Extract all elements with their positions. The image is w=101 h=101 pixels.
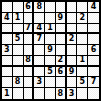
given-digit: 3: [69, 90, 75, 98]
sudoku-cell-r8c5[interactable]: [45, 77, 56, 88]
sudoku-cell-r1c7[interactable]: [67, 2, 78, 13]
given-digit: 2: [69, 35, 75, 43]
sudoku-cell-r6c3[interactable]: 8: [24, 56, 35, 67]
sudoku-cell-r6c9[interactable]: [88, 56, 99, 67]
sudoku-board: 68441927415723968215698357183: [0, 0, 101, 101]
given-digit: 8: [57, 90, 63, 98]
sudoku-cell-r2c6[interactable]: 9: [56, 13, 67, 24]
sudoku-cell-r6c6[interactable]: 2: [56, 56, 67, 67]
given-digit: 7: [91, 78, 97, 86]
given-digit: 1: [4, 90, 10, 98]
given-digit: 7: [36, 35, 42, 43]
sudoku-cell-r8c3[interactable]: [24, 77, 35, 88]
sudoku-cell-r9c8[interactable]: [77, 88, 88, 99]
sudoku-cell-r8c7[interactable]: [67, 77, 78, 88]
sudoku-cell-r2c1[interactable]: 4: [2, 13, 13, 24]
sudoku-cell-r7c1[interactable]: [2, 67, 13, 78]
given-digit: 3: [4, 46, 10, 54]
sudoku-cell-r5c4[interactable]: [34, 45, 45, 56]
sudoku-cell-r7c4[interactable]: [34, 67, 45, 78]
sudoku-cell-r3c7[interactable]: [67, 24, 78, 35]
sudoku-cell-r1c9[interactable]: 4: [88, 2, 99, 13]
sudoku-cell-r1c3[interactable]: 6: [24, 2, 35, 13]
sudoku-cell-r3c5[interactable]: 1: [45, 24, 56, 35]
given-digit: 6: [25, 3, 31, 11]
sudoku-cell-r5c6[interactable]: [56, 45, 67, 56]
given-digit: 5: [15, 35, 21, 43]
given-digit: 1: [47, 24, 53, 32]
given-digit: 8: [25, 56, 31, 64]
given-digit: 6: [91, 46, 97, 54]
sudoku-cell-r6c1[interactable]: [2, 56, 13, 67]
sudoku-cell-r9c9[interactable]: [88, 88, 99, 99]
sudoku-cell-r2c5[interactable]: [45, 13, 56, 24]
sudoku-cell-r4c2[interactable]: 5: [13, 34, 24, 45]
sudoku-cell-r9c3[interactable]: [24, 88, 35, 99]
sudoku-cell-r2c2[interactable]: 1: [13, 13, 24, 24]
sudoku-cell-r4c7[interactable]: 2: [67, 34, 78, 45]
sudoku-cell-r3c2[interactable]: [13, 24, 24, 35]
sudoku-cell-r3c8[interactable]: [77, 24, 88, 35]
sudoku-cell-r3c6[interactable]: [56, 24, 67, 35]
sudoku-cell-r7c3[interactable]: [24, 67, 35, 78]
sudoku-cell-r5c8[interactable]: [77, 45, 88, 56]
given-digit: 8: [36, 3, 42, 11]
sudoku-cell-r7c2[interactable]: [13, 67, 24, 78]
given-digit: 9: [57, 14, 63, 22]
sudoku-cell-r7c5[interactable]: 5: [45, 67, 56, 78]
given-digit: 9: [69, 68, 75, 76]
given-digit: 2: [80, 14, 86, 22]
sudoku-cell-r1c2[interactable]: [13, 2, 24, 13]
sudoku-cell-r7c8[interactable]: [77, 67, 88, 78]
sudoku-cell-r8c9[interactable]: 7: [88, 77, 99, 88]
sudoku-cell-r3c1[interactable]: [2, 24, 13, 35]
sudoku-cell-r3c9[interactable]: [88, 24, 99, 35]
sudoku-cell-r2c7[interactable]: [67, 13, 78, 24]
sudoku-cell-r9c5[interactable]: [45, 88, 56, 99]
sudoku-cell-r8c6[interactable]: [56, 77, 67, 88]
sudoku-cell-r5c5[interactable]: 9: [45, 45, 56, 56]
sudoku-cell-r5c3[interactable]: [24, 45, 35, 56]
sudoku-cell-r2c4[interactable]: [34, 13, 45, 24]
sudoku-cell-r7c9[interactable]: [88, 67, 99, 78]
sudoku-cell-r8c4[interactable]: 3: [34, 77, 45, 88]
given-digit: 7: [25, 24, 31, 32]
given-digit: 5: [80, 78, 86, 86]
sudoku-cell-r5c2[interactable]: [13, 45, 24, 56]
given-digit: 3: [36, 78, 42, 86]
sudoku-cell-r4c1[interactable]: [2, 34, 13, 45]
sudoku-cell-r6c5[interactable]: [45, 56, 56, 67]
sudoku-cell-r4c5[interactable]: [45, 34, 56, 45]
sudoku-cell-r1c8[interactable]: [77, 2, 88, 13]
sudoku-cell-r4c4[interactable]: 7: [34, 34, 45, 45]
given-digit: 1: [80, 56, 86, 64]
sudoku-cell-r1c6[interactable]: [56, 2, 67, 13]
sudoku-cell-r9c1[interactable]: 1: [2, 88, 13, 99]
sudoku-cell-r6c7[interactable]: [67, 56, 78, 67]
sudoku-cell-r1c5[interactable]: [45, 2, 56, 13]
sudoku-cell-r6c8[interactable]: 1: [77, 56, 88, 67]
sudoku-cell-r7c7[interactable]: 9: [67, 67, 78, 78]
given-digit: 1: [15, 14, 21, 22]
sudoku-cell-r4c9[interactable]: [88, 34, 99, 45]
sudoku-cell-r2c3[interactable]: [24, 13, 35, 24]
sudoku-cell-r2c9[interactable]: [88, 13, 99, 24]
sudoku-cell-r9c2[interactable]: [13, 88, 24, 99]
sudoku-cell-r6c2[interactable]: [13, 56, 24, 67]
sudoku-cell-r1c4[interactable]: 8: [34, 2, 45, 13]
given-digit: 4: [4, 14, 10, 22]
sudoku-cell-r4c6[interactable]: [56, 34, 67, 45]
sudoku-cell-r2c8[interactable]: 2: [77, 13, 88, 24]
given-digit: 2: [57, 56, 63, 64]
sudoku-cell-r4c8[interactable]: [77, 34, 88, 45]
sudoku-cell-r9c4[interactable]: [34, 88, 45, 99]
given-digit: 4: [36, 24, 42, 32]
sudoku-cell-r3c4[interactable]: 4: [34, 24, 45, 35]
sudoku-cell-r9c7[interactable]: 3: [67, 88, 78, 99]
sudoku-cell-r8c1[interactable]: [2, 77, 13, 88]
sudoku-cell-r5c7[interactable]: [67, 45, 78, 56]
sudoku-cell-r7c6[interactable]: 6: [56, 67, 67, 78]
sudoku-cell-r1c1[interactable]: [2, 2, 13, 13]
sudoku-cell-r6c4[interactable]: [34, 56, 45, 67]
sudoku-cell-r9c6[interactable]: 8: [56, 88, 67, 99]
sudoku-cell-r8c2[interactable]: 8: [13, 77, 24, 88]
given-digit: 9: [47, 46, 53, 54]
sudoku-cell-r5c9[interactable]: 6: [88, 45, 99, 56]
sudoku-cell-r4c3[interactable]: [24, 34, 35, 45]
given-digit: 5: [47, 68, 53, 76]
given-digit: 4: [91, 3, 97, 11]
sudoku-cell-r3c3[interactable]: 7: [24, 24, 35, 35]
sudoku-cell-r5c1[interactable]: 3: [2, 45, 13, 56]
given-digit: 8: [15, 78, 21, 86]
given-digit: 6: [57, 68, 63, 76]
sudoku-cell-r8c8[interactable]: 5: [77, 77, 88, 88]
